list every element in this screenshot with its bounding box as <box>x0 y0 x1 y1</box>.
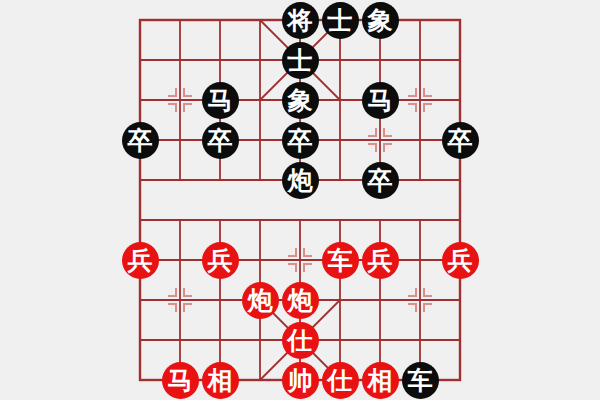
piece-red-pawn[interactable]: 兵 <box>442 242 479 279</box>
piece-black-horse[interactable]: 马 <box>202 82 239 119</box>
piece-red-advisor[interactable]: 仕 <box>322 362 359 399</box>
piece-red-cannon[interactable]: 炮 <box>282 282 319 319</box>
xiangqi-app: 将士象士马象马卒卒卒卒炮卒车兵兵车兵兵炮炮仕马相帅仕相 <box>0 0 600 400</box>
piece-red-pawn[interactable]: 兵 <box>122 242 159 279</box>
piece-black-pawn[interactable]: 卒 <box>282 122 319 159</box>
piece-red-chariot[interactable]: 车 <box>322 242 359 279</box>
xiangqi-pieces-layer: 将士象士马象马卒卒卒卒炮卒车兵兵车兵兵炮炮仕马相帅仕相 <box>120 0 480 400</box>
piece-black-horse[interactable]: 马 <box>362 82 399 119</box>
piece-red-pawn[interactable]: 兵 <box>202 242 239 279</box>
piece-red-horse[interactable]: 马 <box>162 362 199 399</box>
piece-black-elephant[interactable]: 象 <box>282 82 319 119</box>
piece-red-elephant[interactable]: 相 <box>362 362 399 399</box>
piece-black-pawn[interactable]: 卒 <box>122 122 159 159</box>
piece-red-general[interactable]: 帅 <box>282 362 319 399</box>
piece-black-pawn[interactable]: 卒 <box>202 122 239 159</box>
piece-black-cannon[interactable]: 炮 <box>282 162 319 199</box>
piece-black-pawn[interactable]: 卒 <box>442 122 479 159</box>
piece-red-elephant[interactable]: 相 <box>202 362 239 399</box>
piece-black-advisor[interactable]: 士 <box>322 2 359 39</box>
piece-black-pawn[interactable]: 卒 <box>362 162 399 199</box>
piece-red-cannon[interactable]: 炮 <box>242 282 279 319</box>
piece-black-general[interactable]: 将 <box>282 2 319 39</box>
piece-red-advisor[interactable]: 仕 <box>282 322 319 359</box>
piece-black-elephant[interactable]: 象 <box>362 2 399 39</box>
piece-red-pawn[interactable]: 兵 <box>362 242 399 279</box>
piece-black-advisor[interactable]: 士 <box>282 42 319 79</box>
piece-black-chariot[interactable]: 车 <box>402 362 439 399</box>
